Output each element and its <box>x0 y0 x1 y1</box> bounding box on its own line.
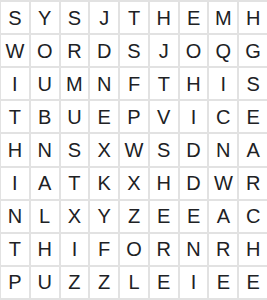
grid-cell-r7c1[interactable]: N <box>1 201 29 232</box>
grid-cell-r9c2[interactable]: U <box>31 267 59 298</box>
grid-cell-r2c7[interactable]: O <box>180 35 208 66</box>
grid-cell-r4c2[interactable]: B <box>31 101 59 132</box>
grid-cell-r1c2[interactable]: Y <box>31 2 59 33</box>
grid-cell-r7c6[interactable]: E <box>150 201 178 232</box>
grid-cell-r8c7[interactable]: N <box>180 234 208 265</box>
grid-cell-r6c6[interactable]: H <box>150 168 178 199</box>
grid-cell-r1c6[interactable]: H <box>150 2 178 33</box>
grid-cell-r9c9[interactable]: E <box>239 267 267 298</box>
grid-cell-r3c9[interactable]: S <box>239 68 267 99</box>
grid-cell-r9c6[interactable]: E <box>150 267 178 298</box>
grid-cell-r3c6[interactable]: T <box>150 68 178 99</box>
grid-cell-r8c2[interactable]: H <box>31 234 59 265</box>
grid-cell-r6c7[interactable]: D <box>180 168 208 199</box>
grid-cell-r5c7[interactable]: D <box>180 134 208 165</box>
grid-cell-r8c1[interactable]: T <box>1 234 29 265</box>
grid-cell-r7c7[interactable]: E <box>180 201 208 232</box>
grid-cell-r6c9[interactable]: R <box>239 168 267 199</box>
grid-cell-r5c4[interactable]: X <box>90 134 118 165</box>
word-search-board: SYSJTHEMHWORDSJOQGIUMNFTHISTBUEPVICEHNSX… <box>0 0 267 300</box>
grid-cell-r4c6[interactable]: V <box>150 101 178 132</box>
grid-cell-r5c1[interactable]: H <box>1 134 29 165</box>
grid-cell-r2c2[interactable]: O <box>31 35 59 66</box>
grid-cell-r2c5[interactable]: S <box>120 35 148 66</box>
grid-cell-r6c4[interactable]: K <box>90 168 118 199</box>
grid-cell-r9c4[interactable]: Z <box>90 267 118 298</box>
grid-cell-r5c9[interactable]: A <box>239 134 267 165</box>
grid-cell-r9c8[interactable]: E <box>209 267 237 298</box>
grid-cell-r7c5[interactable]: Z <box>120 201 148 232</box>
grid-cell-r4c7[interactable]: I <box>180 101 208 132</box>
grid-cell-r2c8[interactable]: Q <box>209 35 237 66</box>
grid-cell-r7c3[interactable]: X <box>61 201 89 232</box>
grid-cell-r4c8[interactable]: C <box>209 101 237 132</box>
grid-cell-r7c8[interactable]: A <box>209 201 237 232</box>
grid-cell-r6c1[interactable]: I <box>1 168 29 199</box>
grid-cell-r9c1[interactable]: P <box>1 267 29 298</box>
grid-cell-r8c4[interactable]: F <box>90 234 118 265</box>
grid-cell-r3c8[interactable]: I <box>209 68 237 99</box>
grid-cell-r1c3[interactable]: S <box>61 2 89 33</box>
grid-cell-r6c2[interactable]: A <box>31 168 59 199</box>
grid-cell-r2c3[interactable]: R <box>61 35 89 66</box>
grid-cell-r7c4[interactable]: Y <box>90 201 118 232</box>
grid-cell-r1c8[interactable]: M <box>209 2 237 33</box>
grid-cell-r8c5[interactable]: O <box>120 234 148 265</box>
grid-cell-r2c6[interactable]: J <box>150 35 178 66</box>
grid-cell-r5c8[interactable]: N <box>209 134 237 165</box>
grid-cell-r1c4[interactable]: J <box>90 2 118 33</box>
grid-cell-r2c4[interactable]: D <box>90 35 118 66</box>
grid-cell-r1c1[interactable]: S <box>1 2 29 33</box>
grid-cell-r3c5[interactable]: F <box>120 68 148 99</box>
grid-cell-r3c2[interactable]: U <box>31 68 59 99</box>
grid-cell-r5c2[interactable]: N <box>31 134 59 165</box>
grid-cell-r8c8[interactable]: R <box>209 234 237 265</box>
grid-cell-r1c5[interactable]: T <box>120 2 148 33</box>
grid-cell-r6c3[interactable]: T <box>61 168 89 199</box>
grid-cell-r2c9[interactable]: G <box>239 35 267 66</box>
grid-cell-r5c5[interactable]: W <box>120 134 148 165</box>
grid-cell-r2c1[interactable]: W <box>1 35 29 66</box>
grid-cell-r5c3[interactable]: S <box>61 134 89 165</box>
grid-cell-r8c9[interactable]: H <box>239 234 267 265</box>
grid-cell-r4c3[interactable]: U <box>61 101 89 132</box>
grid-cell-r7c2[interactable]: L <box>31 201 59 232</box>
grid-cell-r4c9[interactable]: E <box>239 101 267 132</box>
grid-cell-r1c9[interactable]: H <box>239 2 267 33</box>
grid-cell-r9c7[interactable]: I <box>180 267 208 298</box>
grid-cell-r8c6[interactable]: R <box>150 234 178 265</box>
grid-cell-r1c7[interactable]: E <box>180 2 208 33</box>
grid-cell-r6c8[interactable]: W <box>209 168 237 199</box>
grid-cell-r3c1[interactable]: I <box>1 68 29 99</box>
grid-cell-r3c3[interactable]: M <box>61 68 89 99</box>
grid-cell-r6c5[interactable]: X <box>120 168 148 199</box>
grid-cell-r4c5[interactable]: P <box>120 101 148 132</box>
grid-cell-r9c3[interactable]: Z <box>61 267 89 298</box>
grid-cell-r3c4[interactable]: N <box>90 68 118 99</box>
grid-cell-r4c1[interactable]: T <box>1 101 29 132</box>
grid-cell-r4c4[interactable]: E <box>90 101 118 132</box>
grid-cell-r8c3[interactable]: I <box>61 234 89 265</box>
grid-cell-r7c9[interactable]: C <box>239 201 267 232</box>
grid-cell-r3c7[interactable]: H <box>180 68 208 99</box>
grid-cell-r5c6[interactable]: S <box>150 134 178 165</box>
grid-cell-r9c5[interactable]: L <box>120 267 148 298</box>
